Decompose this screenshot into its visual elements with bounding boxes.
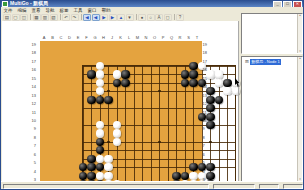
toolbar-separator: [174, 14, 175, 20]
window-title: MultiGo - 新棋局: [10, 1, 48, 6]
white-stone: [96, 121, 104, 129]
coord-row-left: 8: [28, 136, 36, 140]
coord-row-left: 11: [28, 111, 36, 115]
board-pane: AABBCCDDEEFFGGHHJJKKLLMMNNOOPPQQRRSSTT19…: [2, 21, 238, 181]
tree-node-label[interactable]: 新棋局 - Node 1: [250, 59, 281, 65]
menu-item-5[interactable]: 工具: [71, 8, 85, 13]
coord-row-right: 18: [203, 51, 211, 55]
var-down-button[interactable]: ▼: [126, 14, 134, 21]
black-stone: [96, 96, 104, 104]
coord-row-left: 9: [28, 127, 36, 131]
coord-col-top: P: [159, 36, 167, 40]
tree-node[interactable]: ⊞ 新棋局 - Node 1: [245, 59, 281, 65]
menu-item-0[interactable]: 文件: [1, 8, 15, 13]
coord-col-top: O: [151, 36, 159, 40]
white-stone: [96, 155, 104, 163]
status-panel-3: [283, 184, 303, 189]
grid-button[interactable]: ▥: [41, 14, 49, 21]
black-stone: [87, 172, 95, 180]
scroll-up-icon[interactable]: ▴: [298, 57, 302, 61]
board-button[interactable]: ▦: [33, 14, 41, 21]
coord-row-left: 15: [28, 77, 36, 81]
white-stone: [96, 87, 104, 95]
zone-button[interactable]: ▧: [50, 14, 58, 21]
menu-item-6[interactable]: 窗口: [85, 8, 99, 13]
status-bar: [1, 181, 303, 190]
white-stone: [104, 163, 112, 171]
black-stone: [189, 163, 197, 171]
toolbar-separator: [60, 14, 61, 20]
coord-col-top: S: [185, 36, 193, 40]
black-stone: [189, 79, 197, 87]
black-stone: [87, 155, 95, 163]
coord-row-left: 13: [28, 94, 36, 98]
info-scrollbar[interactable]: ▴ ▾: [297, 14, 302, 53]
pane-splitter[interactable]: [238, 21, 239, 181]
status-panel-1: [213, 184, 255, 189]
black-stone: [113, 79, 121, 87]
white-stone: [96, 172, 104, 180]
coord-row-right: 14: [203, 85, 211, 89]
white-stone: [189, 172, 197, 180]
white-stone: [96, 62, 104, 70]
white-stone: [113, 70, 121, 78]
black-stone-button[interactable]: ●: [138, 14, 146, 21]
hoshi-point: [158, 141, 160, 143]
black-stone: [172, 172, 180, 180]
scroll-down-icon[interactable]: ▾: [298, 50, 302, 54]
white-stone: [96, 129, 104, 137]
white-stone-button[interactable]: ○: [147, 14, 155, 21]
coord-col-top: H: [100, 36, 108, 40]
black-stone: [223, 79, 231, 87]
white-stone: [113, 129, 121, 137]
white-stone: [96, 70, 104, 78]
coord-col-top: T: [193, 36, 201, 40]
coord-row-left: 17: [28, 60, 36, 64]
next-button[interactable]: ▶: [100, 14, 108, 21]
title-bar: MultiGo - 新棋局 _ □ ✕: [1, 0, 303, 7]
coord-col-top: M: [134, 36, 142, 40]
white-stone: [104, 172, 112, 180]
app-icon: [2, 1, 8, 7]
new-button[interactable]: ▤: [3, 14, 11, 21]
coord-row-right: 8: [203, 136, 211, 140]
coord-row-left: 19: [28, 43, 36, 47]
hoshi-point: [107, 90, 109, 92]
hoshi-point: [209, 141, 211, 143]
coord-row-left: 10: [28, 119, 36, 123]
app-window: MultiGo - 新棋局 _ □ ✕ 文件编辑查看导航标签工具窗口帮助 ▤▢◫…: [0, 0, 304, 190]
hoshi-point: [107, 141, 109, 143]
coord-col-top: E: [74, 36, 82, 40]
first-button[interactable]: ◀: [83, 14, 91, 21]
black-stone: [121, 70, 129, 78]
coord-col-top: B: [49, 36, 57, 40]
game-tree-panel: ⊞ 新棋局 - Node 1 ▴ ▾: [241, 56, 303, 182]
black-stone: [181, 79, 189, 87]
white-stone: [215, 70, 223, 78]
white-stone: [215, 79, 223, 87]
hoshi-point: [158, 90, 160, 92]
coord-col-top: D: [66, 36, 74, 40]
coord-row-left: 6: [28, 153, 36, 157]
save-button[interactable]: ◫: [20, 14, 28, 21]
coord-row-right: 10: [203, 119, 211, 123]
label-button[interactable]: A: [155, 14, 163, 21]
open-button[interactable]: ▢: [12, 14, 20, 21]
black-stone: [181, 172, 189, 180]
game-info-panel: ▴ ▾: [241, 13, 303, 54]
coord-row-right: 6: [203, 153, 211, 157]
coord-row-right: 11: [203, 111, 211, 115]
go-board[interactable]: [40, 41, 202, 190]
coord-row-left: 5: [28, 161, 36, 165]
coord-row-left: 16: [28, 68, 36, 72]
coord-col-top: L: [125, 36, 133, 40]
black-stone: [87, 96, 95, 104]
tree-scrollbar[interactable]: ▴ ▾: [297, 57, 302, 181]
black-stone: [87, 163, 95, 171]
prev-button[interactable]: ◀: [92, 14, 100, 21]
coord-col-top: F: [83, 36, 91, 40]
black-stone: [87, 70, 95, 78]
mark-button[interactable]: ◻: [164, 14, 172, 21]
menu-item-4[interactable]: 标签: [57, 8, 71, 13]
last-button[interactable]: ▶: [109, 14, 117, 21]
coord-row-left: 7: [28, 144, 36, 148]
black-stone: [189, 62, 197, 70]
coord-col-top: R: [176, 36, 184, 40]
coord-row-right: 7: [203, 144, 211, 148]
black-stone: [104, 96, 112, 104]
coord-col-top: G: [91, 36, 99, 40]
black-stone: [79, 163, 87, 171]
coord-row-right: 13: [203, 94, 211, 98]
help-button[interactable]: ?: [176, 14, 184, 21]
undo-button[interactable]: ↶: [62, 14, 70, 21]
scroll-up-icon[interactable]: ▴: [298, 14, 302, 18]
tree-expand-icon[interactable]: ⊞: [245, 60, 249, 65]
coord-row-right: 4: [203, 170, 211, 174]
coord-col-top: Q: [168, 36, 176, 40]
coord-col-top: C: [57, 36, 65, 40]
coord-row-left: 12: [28, 102, 36, 106]
coord-row-right: 15: [203, 77, 211, 81]
white-stone: [104, 155, 112, 163]
status-panel-2: [259, 184, 279, 189]
black-stone: [96, 146, 104, 154]
menu-item-1[interactable]: 编辑: [15, 8, 29, 13]
coord-col-top: K: [117, 36, 125, 40]
coord-row-right: 16: [203, 68, 211, 72]
black-stone: [96, 138, 104, 146]
toolbar-separator: [30, 14, 31, 20]
redo-button[interactable]: ↷: [71, 14, 79, 21]
var-up-button[interactable]: ▲: [117, 14, 125, 21]
black-stone: [189, 70, 197, 78]
menu-item-3[interactable]: 导航: [43, 8, 57, 13]
coord-row-right: 12: [203, 102, 211, 106]
coord-row-right: 5: [203, 161, 211, 165]
white-stone: [223, 87, 231, 95]
board-grid[interactable]: [82, 65, 236, 190]
toolbar-separator: [136, 14, 137, 20]
coord-row-right: 17: [203, 60, 211, 64]
coord-col-top: J: [108, 36, 116, 40]
coord-col-top: N: [142, 36, 150, 40]
coord-row-right: 19: [203, 43, 211, 47]
menu-item-7[interactable]: 帮助: [99, 8, 113, 13]
black-stone: [215, 96, 223, 104]
white-stone: [113, 121, 121, 129]
status-panel-0: [3, 184, 209, 189]
white-stone: [96, 79, 104, 87]
coord-row-left: 4: [28, 170, 36, 174]
black-stone: [79, 172, 87, 180]
black-stone: [121, 79, 129, 87]
coord-row-right: 9: [203, 127, 211, 131]
black-stone: [96, 163, 104, 171]
coord-row-left: 18: [28, 51, 36, 55]
menu-item-2[interactable]: 查看: [29, 8, 43, 13]
toolbar-separator: [81, 14, 82, 20]
coord-col-top: A: [40, 36, 48, 40]
coord-row-left: 14: [28, 85, 36, 89]
black-stone: [181, 70, 189, 78]
white-stone: [113, 138, 121, 146]
